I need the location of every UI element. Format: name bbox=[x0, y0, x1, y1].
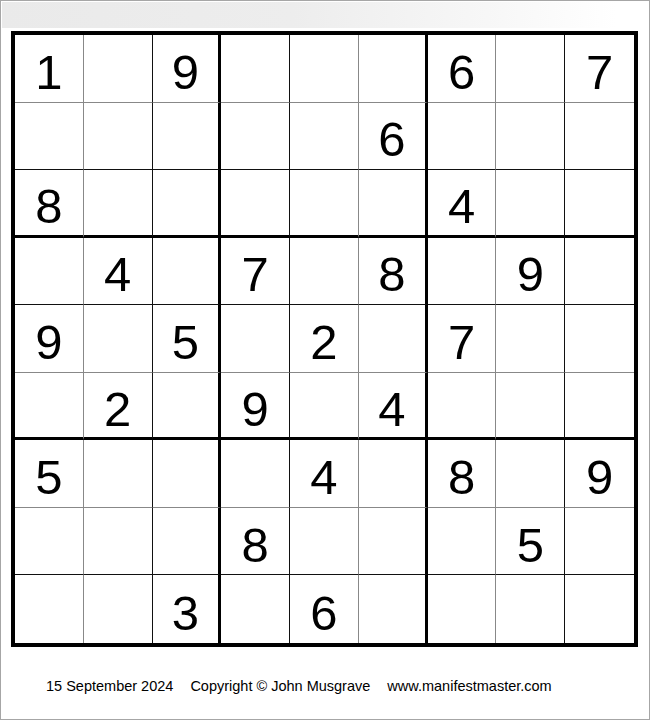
given-digit: 5 bbox=[517, 521, 544, 570]
cell-r4c1[interactable] bbox=[15, 238, 84, 306]
given-digit: 8 bbox=[378, 250, 405, 299]
cell-r8c9[interactable] bbox=[565, 508, 634, 576]
page: 19676844789952729454898536 15 September … bbox=[0, 0, 650, 720]
cell-r4c5[interactable] bbox=[290, 238, 359, 306]
cell-r1c7[interactable]: 6 bbox=[428, 35, 497, 103]
cell-r9c9[interactable] bbox=[565, 575, 634, 643]
footer-date: 15 September 2024 bbox=[46, 678, 173, 694]
cell-r2c4[interactable] bbox=[221, 103, 290, 171]
given-digit: 7 bbox=[448, 318, 475, 367]
given-digit: 5 bbox=[172, 318, 199, 367]
cell-r2c6[interactable]: 6 bbox=[359, 103, 428, 171]
cell-r4c8[interactable]: 9 bbox=[496, 238, 565, 306]
cell-r8c2[interactable] bbox=[84, 508, 153, 576]
cell-r5c2[interactable] bbox=[84, 305, 153, 373]
cell-r1c1[interactable]: 1 bbox=[15, 35, 84, 103]
cell-r6c4[interactable]: 9 bbox=[221, 373, 290, 441]
given-digit: 5 bbox=[35, 453, 62, 502]
cell-r7c4[interactable] bbox=[221, 440, 290, 508]
cell-r5c1[interactable]: 9 bbox=[15, 305, 84, 373]
given-digit: 9 bbox=[517, 250, 544, 299]
cell-r5c6[interactable] bbox=[359, 305, 428, 373]
cell-r3c1[interactable]: 8 bbox=[15, 170, 84, 238]
cell-r1c4[interactable] bbox=[221, 35, 290, 103]
cell-r3c6[interactable] bbox=[359, 170, 428, 238]
cell-r3c9[interactable] bbox=[565, 170, 634, 238]
cell-r2c7[interactable] bbox=[428, 103, 497, 171]
cell-r4c4[interactable]: 7 bbox=[221, 238, 290, 306]
cell-r6c8[interactable] bbox=[496, 373, 565, 441]
cell-r2c9[interactable] bbox=[565, 103, 634, 171]
cell-r1c3[interactable]: 9 bbox=[153, 35, 222, 103]
cell-r7c8[interactable] bbox=[496, 440, 565, 508]
cell-r8c7[interactable] bbox=[428, 508, 497, 576]
cell-r7c1[interactable]: 5 bbox=[15, 440, 84, 508]
footer-website: www.manifestmaster.com bbox=[387, 678, 551, 694]
cell-r2c2[interactable] bbox=[84, 103, 153, 171]
given-digit: 7 bbox=[586, 48, 613, 97]
given-digit: 9 bbox=[172, 48, 199, 97]
given-digit: 6 bbox=[378, 115, 405, 164]
cell-r7c5[interactable]: 4 bbox=[290, 440, 359, 508]
cell-r4c7[interactable] bbox=[428, 238, 497, 306]
cell-r8c1[interactable] bbox=[15, 508, 84, 576]
cell-r7c9[interactable]: 9 bbox=[565, 440, 634, 508]
cell-r6c3[interactable] bbox=[153, 373, 222, 441]
cell-r9c6[interactable] bbox=[359, 575, 428, 643]
cell-r5c8[interactable] bbox=[496, 305, 565, 373]
cell-r6c2[interactable]: 2 bbox=[84, 373, 153, 441]
cell-r4c2[interactable]: 4 bbox=[84, 238, 153, 306]
cell-r7c7[interactable]: 8 bbox=[428, 440, 497, 508]
cell-r6c9[interactable] bbox=[565, 373, 634, 441]
cell-r6c5[interactable] bbox=[290, 373, 359, 441]
cell-r5c9[interactable] bbox=[565, 305, 634, 373]
cell-r8c8[interactable]: 5 bbox=[496, 508, 565, 576]
given-digit: 9 bbox=[586, 453, 613, 502]
given-digit: 8 bbox=[35, 182, 62, 231]
cell-r7c2[interactable] bbox=[84, 440, 153, 508]
cell-r8c6[interactable] bbox=[359, 508, 428, 576]
given-digit: 2 bbox=[310, 318, 337, 367]
cell-r8c5[interactable] bbox=[290, 508, 359, 576]
cell-r3c2[interactable] bbox=[84, 170, 153, 238]
given-digit: 6 bbox=[448, 48, 475, 97]
cell-r5c4[interactable] bbox=[221, 305, 290, 373]
cell-r9c5[interactable]: 6 bbox=[290, 575, 359, 643]
given-digit: 2 bbox=[104, 385, 131, 434]
cell-r4c3[interactable] bbox=[153, 238, 222, 306]
given-digit: 4 bbox=[378, 385, 405, 434]
cell-r4c6[interactable]: 8 bbox=[359, 238, 428, 306]
cell-r9c1[interactable] bbox=[15, 575, 84, 643]
cell-r9c4[interactable] bbox=[221, 575, 290, 643]
cell-r2c5[interactable] bbox=[290, 103, 359, 171]
cell-r5c7[interactable]: 7 bbox=[428, 305, 497, 373]
cell-r9c3[interactable]: 3 bbox=[153, 575, 222, 643]
cell-r3c3[interactable] bbox=[153, 170, 222, 238]
cell-r6c1[interactable] bbox=[15, 373, 84, 441]
cell-r7c6[interactable] bbox=[359, 440, 428, 508]
footer-copyright: Copyright © John Musgrave bbox=[190, 678, 370, 694]
given-digit: 4 bbox=[310, 453, 337, 502]
cell-r5c3[interactable]: 5 bbox=[153, 305, 222, 373]
sudoku-board: 19676844789952729454898536 bbox=[11, 31, 638, 647]
cell-r1c2[interactable] bbox=[84, 35, 153, 103]
cell-r2c3[interactable] bbox=[153, 103, 222, 171]
given-digit: 9 bbox=[242, 385, 269, 434]
cell-r7c3[interactable] bbox=[153, 440, 222, 508]
cell-r3c8[interactable] bbox=[496, 170, 565, 238]
given-digit: 7 bbox=[242, 250, 269, 299]
given-digit: 4 bbox=[448, 182, 475, 231]
cell-r6c6[interactable]: 4 bbox=[359, 373, 428, 441]
given-digit: 4 bbox=[104, 250, 131, 299]
cell-r2c1[interactable] bbox=[15, 103, 84, 171]
given-digit: 8 bbox=[242, 521, 269, 570]
cell-r5c5[interactable]: 2 bbox=[290, 305, 359, 373]
given-digit: 6 bbox=[310, 589, 337, 638]
footer: 15 September 2024 Copyright © John Musgr… bbox=[46, 678, 552, 694]
given-digit: 9 bbox=[35, 318, 62, 367]
cell-r8c4[interactable]: 8 bbox=[221, 508, 290, 576]
cell-r9c8[interactable] bbox=[496, 575, 565, 643]
cell-r3c5[interactable] bbox=[290, 170, 359, 238]
cell-r1c8[interactable] bbox=[496, 35, 565, 103]
cell-r3c7[interactable]: 4 bbox=[428, 170, 497, 238]
given-digit: 8 bbox=[448, 453, 475, 502]
cell-r4c9[interactable] bbox=[565, 238, 634, 306]
cell-r9c7[interactable] bbox=[428, 575, 497, 643]
cell-r1c9[interactable]: 7 bbox=[565, 35, 634, 103]
cell-r9c2[interactable] bbox=[84, 575, 153, 643]
given-digit: 3 bbox=[172, 589, 199, 638]
cell-r6c7[interactable] bbox=[428, 373, 497, 441]
cell-r8c3[interactable] bbox=[153, 508, 222, 576]
header-bar bbox=[2, 2, 649, 28]
cell-r2c8[interactable] bbox=[496, 103, 565, 171]
cell-r3c4[interactable] bbox=[221, 170, 290, 238]
cell-r1c6[interactable] bbox=[359, 35, 428, 103]
cell-r1c5[interactable] bbox=[290, 35, 359, 103]
given-digit: 1 bbox=[35, 48, 62, 97]
